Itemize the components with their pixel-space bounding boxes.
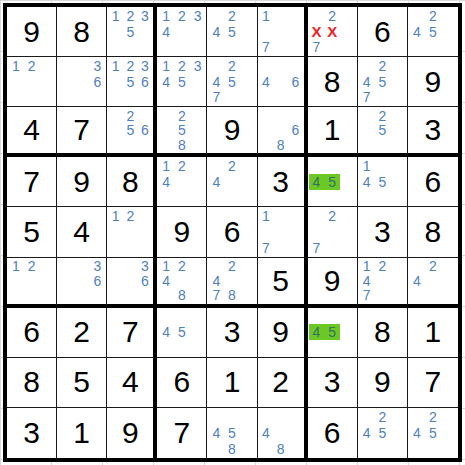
empty-candidate-slot xyxy=(224,39,240,55)
candidate-digit: 6 xyxy=(90,74,106,90)
candidate-grid: 25 xyxy=(359,108,406,152)
cell-r3c2[interactable]: 7 xyxy=(57,107,107,157)
cell-r9c2[interactable]: 1 xyxy=(57,408,107,458)
empty-candidate-slot xyxy=(288,108,303,123)
cell-r7c8[interactable]: 8 xyxy=(358,308,408,358)
empty-candidate-slot xyxy=(123,224,138,240)
candidate-digit: 2 xyxy=(123,108,138,123)
empty-candidate-slot xyxy=(288,224,303,240)
empty-candidate-slot xyxy=(309,158,325,174)
cell-r5c8[interactable]: 3 xyxy=(358,207,408,257)
cell-r1c7[interactable]: 2XX7 xyxy=(308,7,358,57)
candidate-grid: 2457 xyxy=(208,58,255,105)
cell-r8c3[interactable]: 4 xyxy=(107,358,157,408)
cell-r6c2[interactable]: 36 xyxy=(57,258,107,308)
cell-r3c3[interactable]: 256 xyxy=(107,107,157,157)
placed-digit: 3 xyxy=(224,317,241,347)
cell-r9c3[interactable]: 9 xyxy=(107,408,157,458)
eliminated-candidate-x: X xyxy=(309,24,325,40)
cell-r4c2[interactable]: 9 xyxy=(57,157,107,207)
empty-candidate-slot xyxy=(208,8,224,24)
empty-candidate-slot xyxy=(58,273,74,288)
candidate-digit: 1 xyxy=(158,8,174,24)
candidate-digit: 7 xyxy=(309,39,325,55)
eliminated-candidate-x: X xyxy=(324,24,340,40)
empty-candidate-slot xyxy=(138,224,153,240)
empty-candidate-slot xyxy=(340,208,356,224)
cell-r7c9[interactable]: 1 xyxy=(408,308,458,358)
cell-r2c5[interactable]: 2457 xyxy=(207,57,257,107)
empty-candidate-slot xyxy=(90,288,106,303)
empty-candidate-slot xyxy=(340,309,356,325)
candidate-digit: 2 xyxy=(224,8,240,24)
cell-r9c9[interactable]: 245 xyxy=(408,408,458,458)
candidate-digit: 2 xyxy=(374,409,390,425)
empty-candidate-slot xyxy=(174,309,190,325)
empty-candidate-slot xyxy=(74,74,90,90)
cell-r8c6[interactable]: 2 xyxy=(258,358,308,408)
candidate-digit: 5 xyxy=(374,425,390,441)
empty-candidate-slot xyxy=(158,108,174,123)
empty-candidate-slot xyxy=(24,74,40,90)
empty-candidate-slot xyxy=(259,24,274,40)
empty-candidate-slot xyxy=(108,90,123,106)
cell-r4c6[interactable]: 3 xyxy=(258,157,308,207)
empty-candidate-slot xyxy=(24,273,40,288)
empty-candidate-slot xyxy=(441,259,457,274)
cell-r7c6[interactable]: 9 xyxy=(258,308,308,358)
empty-candidate-slot xyxy=(390,273,406,288)
cell-r2c8[interactable]: 2457 xyxy=(358,57,408,107)
candidate-digit: 2 xyxy=(374,259,390,274)
candidate-digit: 1 xyxy=(158,58,174,74)
empty-candidate-slot xyxy=(409,288,425,303)
candidate-grid: 36 xyxy=(58,58,105,105)
empty-candidate-slot xyxy=(259,441,274,457)
empty-candidate-slot xyxy=(240,174,256,190)
placed-digit: 9 xyxy=(174,217,191,247)
placed-digit: 1 xyxy=(324,115,341,145)
empty-candidate-slot xyxy=(409,8,425,24)
cell-r7c3[interactable]: 7 xyxy=(107,308,157,358)
empty-candidate-slot xyxy=(123,39,138,55)
cell-r5c5[interactable]: 6 xyxy=(207,207,257,257)
cell-r9c4[interactable]: 7 xyxy=(157,408,207,458)
empty-candidate-slot xyxy=(390,174,406,190)
cell-r5c6[interactable]: 17 xyxy=(258,207,308,257)
empty-candidate-slot xyxy=(158,288,174,303)
cell-r9c1[interactable]: 3 xyxy=(7,408,57,458)
empty-candidate-slot xyxy=(324,158,340,174)
empty-candidate-slot xyxy=(224,90,240,106)
empty-candidate-slot xyxy=(324,39,340,55)
empty-candidate-slot xyxy=(324,240,340,256)
empty-candidate-slot xyxy=(190,74,206,90)
empty-candidate-slot xyxy=(309,8,325,24)
cell-r2c7[interactable]: 8 xyxy=(308,57,358,107)
cell-r1c8[interactable]: 6 xyxy=(358,7,408,57)
cell-r9c6[interactable]: 48 xyxy=(258,408,308,458)
candidate-digit: 6 xyxy=(90,273,106,288)
cell-r7c4[interactable]: 45 xyxy=(157,308,207,358)
candidate-digit: 2 xyxy=(24,259,40,274)
cell-r8c2[interactable]: 5 xyxy=(57,358,107,408)
candidate-digit: 7 xyxy=(309,240,325,256)
empty-candidate-slot xyxy=(123,138,138,153)
empty-candidate-slot xyxy=(309,309,325,325)
empty-candidate-slot xyxy=(374,273,390,288)
empty-candidate-slot xyxy=(174,340,190,356)
candidate-digit: 4 xyxy=(158,174,174,190)
empty-candidate-slot xyxy=(273,108,288,123)
placed-digit: 4 xyxy=(122,367,139,397)
empty-candidate-slot xyxy=(224,190,240,206)
candidate-digit: 1 xyxy=(359,259,375,274)
candidate-digit: 2 xyxy=(224,259,240,274)
empty-candidate-slot xyxy=(190,108,206,123)
empty-candidate-slot xyxy=(138,208,153,224)
cell-r9c5[interactable]: 458 xyxy=(207,408,257,458)
candidate-digit: 8 xyxy=(174,288,190,303)
empty-candidate-slot xyxy=(174,273,190,288)
cell-r8c8[interactable]: 9 xyxy=(358,358,408,408)
candidate-grid: 2478 xyxy=(208,259,255,303)
empty-candidate-slot xyxy=(138,240,153,256)
cell-r3c6[interactable]: 68 xyxy=(258,107,308,157)
empty-candidate-slot xyxy=(288,138,303,153)
empty-candidate-slot xyxy=(309,190,325,206)
candidate-digit: 2 xyxy=(224,58,240,74)
empty-candidate-slot xyxy=(74,259,90,274)
candidate-digit: 2 xyxy=(425,8,441,24)
placed-digit: 7 xyxy=(23,167,40,197)
cell-r9c7[interactable]: 6 xyxy=(308,408,358,458)
empty-candidate-slot xyxy=(309,208,325,224)
candidate-digit: 2 xyxy=(123,208,138,224)
empty-candidate-slot xyxy=(441,273,457,288)
empty-candidate-slot xyxy=(359,108,375,123)
empty-candidate-slot xyxy=(108,288,123,303)
candidate-grid: 12 xyxy=(8,58,55,105)
empty-candidate-slot xyxy=(359,441,375,457)
empty-candidate-slot xyxy=(190,174,206,190)
empty-candidate-slot xyxy=(208,441,224,457)
cell-r6c7[interactable]: 9 xyxy=(308,258,358,308)
candidate-digit: 1 xyxy=(259,8,274,24)
candidate-grid: 124 xyxy=(158,158,205,205)
placed-digit: 9 xyxy=(73,167,90,197)
candidate-digit: 1 xyxy=(108,208,123,224)
placed-digit: 4 xyxy=(73,217,90,247)
candidate-grid: 245 xyxy=(409,409,457,457)
empty-candidate-slot xyxy=(158,340,174,356)
placed-digit: 8 xyxy=(374,317,391,347)
cell-r6c1[interactable]: 12 xyxy=(7,258,57,308)
empty-candidate-slot xyxy=(108,74,123,90)
cell-r7c2[interactable]: 2 xyxy=(57,308,107,358)
empty-candidate-slot xyxy=(8,288,24,303)
candidate-digit: 2 xyxy=(425,259,441,274)
empty-candidate-slot xyxy=(359,58,375,74)
placed-digit: 6 xyxy=(23,317,40,347)
candidate-digit: 1 xyxy=(359,158,375,174)
empty-candidate-slot xyxy=(190,138,206,153)
empty-candidate-slot xyxy=(190,123,206,138)
empty-candidate-slot xyxy=(288,441,303,457)
cell-r1c9[interactable]: 245 xyxy=(408,7,458,57)
cell-r8c9[interactable]: 7 xyxy=(408,358,458,408)
cell-r6c3[interactable]: 36 xyxy=(107,258,157,308)
empty-candidate-slot xyxy=(190,288,206,303)
empty-candidate-slot xyxy=(8,273,24,288)
empty-candidate-slot xyxy=(240,8,256,24)
cell-r6c9[interactable]: 24 xyxy=(408,258,458,308)
cell-r4c7[interactable]: 45 xyxy=(308,157,358,207)
placed-digit: 9 xyxy=(374,367,391,397)
candidate-digit: 4 xyxy=(409,24,425,40)
empty-candidate-slot xyxy=(288,58,303,74)
candidate-digit: 7 xyxy=(259,240,274,256)
candidate-grid: 24 xyxy=(208,158,255,205)
cell-r9c8[interactable]: 245 xyxy=(358,408,408,458)
cell-r2c3[interactable]: 12356 xyxy=(107,57,157,107)
cell-r4c9[interactable]: 6 xyxy=(408,157,458,207)
candidate-digit: 7 xyxy=(208,90,224,106)
cell-r2c1[interactable]: 12 xyxy=(7,57,57,107)
cell-r1c4[interactable]: 1234 xyxy=(157,7,207,57)
empty-candidate-slot xyxy=(273,123,288,138)
empty-candidate-slot xyxy=(240,24,256,40)
empty-candidate-slot xyxy=(273,58,288,74)
placed-digit: 8 xyxy=(23,367,40,397)
candidate-grid: 36 xyxy=(58,259,105,303)
empty-candidate-slot xyxy=(390,190,406,206)
empty-candidate-slot xyxy=(324,224,340,240)
cell-r1c6[interactable]: 17 xyxy=(258,7,308,57)
placed-digit: 9 xyxy=(224,115,241,145)
empty-candidate-slot xyxy=(441,409,457,425)
cell-r5c3[interactable]: 12 xyxy=(107,207,157,257)
empty-candidate-slot xyxy=(273,74,288,90)
empty-candidate-slot xyxy=(441,441,457,457)
empty-candidate-slot xyxy=(58,288,74,303)
placed-digit: 6 xyxy=(374,17,391,47)
candidate-digit: 4 xyxy=(208,74,224,90)
empty-candidate-slot xyxy=(158,190,174,206)
empty-candidate-slot xyxy=(273,224,288,240)
candidate-digit: 4 xyxy=(208,24,224,40)
empty-candidate-slot xyxy=(190,324,206,340)
candidate-digit: 5 xyxy=(224,425,240,441)
empty-candidate-slot xyxy=(324,190,340,206)
candidate-digit: 4 xyxy=(359,174,375,190)
empty-candidate-slot xyxy=(390,123,406,138)
candidate-grid: 12356 xyxy=(108,58,152,105)
empty-candidate-slot xyxy=(190,340,206,356)
candidate-digit: 5 xyxy=(224,74,240,90)
candidate-digit: 1 xyxy=(158,158,174,174)
cell-r2c2[interactable]: 36 xyxy=(57,57,107,107)
cell-r3c5[interactable]: 9 xyxy=(207,107,257,157)
empty-candidate-slot xyxy=(39,58,55,74)
empty-candidate-slot xyxy=(273,8,288,24)
empty-candidate-slot xyxy=(259,123,274,138)
cell-r4c8[interactable]: 145 xyxy=(358,157,408,207)
empty-candidate-slot xyxy=(288,8,303,24)
candidate-digit: 4 xyxy=(158,273,174,288)
empty-candidate-slot xyxy=(374,288,390,303)
empty-candidate-slot xyxy=(390,58,406,74)
empty-candidate-slot xyxy=(374,441,390,457)
placed-digit: 8 xyxy=(73,17,90,47)
candidate-grid: 12 xyxy=(108,208,152,255)
cell-r4c3[interactable]: 8 xyxy=(107,157,157,207)
candidate-digit: 4 xyxy=(208,425,224,441)
candidate-digit: 1 xyxy=(158,259,174,274)
empty-candidate-slot xyxy=(190,190,206,206)
candidate-digit: 4 xyxy=(309,174,325,190)
empty-candidate-slot xyxy=(340,224,356,240)
cell-r5c1[interactable]: 5 xyxy=(7,207,57,257)
empty-candidate-slot xyxy=(108,224,123,240)
empty-candidate-slot xyxy=(123,288,138,303)
empty-candidate-slot xyxy=(108,138,123,153)
empty-candidate-slot xyxy=(374,90,390,106)
candidate-digit: 2 xyxy=(425,409,441,425)
empty-candidate-slot xyxy=(425,273,441,288)
placed-digit: 4 xyxy=(23,115,40,145)
empty-candidate-slot xyxy=(409,409,425,425)
placed-digit: 3 xyxy=(272,167,289,197)
candidate-digit: 2 xyxy=(174,108,190,123)
cell-r2c6[interactable]: 46 xyxy=(258,57,308,107)
cell-r8c1[interactable]: 8 xyxy=(7,358,57,408)
cell-r8c5[interactable]: 1 xyxy=(207,358,257,408)
candidate-digit: 5 xyxy=(123,74,138,90)
cell-r3c4[interactable]: 258 xyxy=(157,107,207,157)
empty-candidate-slot xyxy=(138,288,153,303)
empty-candidate-slot xyxy=(39,288,55,303)
cell-r5c4[interactable]: 9 xyxy=(157,207,207,257)
empty-candidate-slot xyxy=(288,90,303,106)
empty-candidate-slot xyxy=(425,288,441,303)
cell-r2c9[interactable]: 9 xyxy=(408,57,458,107)
empty-candidate-slot xyxy=(273,39,288,55)
candidate-digit: 6 xyxy=(138,273,153,288)
candidate-digit: 1 xyxy=(259,208,274,224)
cell-r7c7[interactable]: 45 xyxy=(308,308,358,358)
candidate-digit: 2 xyxy=(374,108,390,123)
empty-candidate-slot xyxy=(240,39,256,55)
candidate-digit: 3 xyxy=(138,58,153,74)
empty-candidate-slot xyxy=(174,190,190,206)
candidate-digit: 5 xyxy=(174,123,190,138)
candidate-digit: 1 xyxy=(108,8,123,24)
cell-r7c5[interactable]: 3 xyxy=(207,308,257,358)
cell-r4c1[interactable]: 7 xyxy=(7,157,57,207)
placed-digit: 2 xyxy=(73,317,90,347)
cell-r6c8[interactable]: 1247 xyxy=(358,258,408,308)
cell-r4c4[interactable]: 124 xyxy=(157,157,207,207)
cell-r5c9[interactable]: 8 xyxy=(408,207,458,257)
cell-r5c2[interactable]: 4 xyxy=(57,207,107,257)
empty-candidate-slot xyxy=(224,174,240,190)
cell-r1c5[interactable]: 245 xyxy=(207,7,257,57)
placed-digit: 9 xyxy=(122,418,139,448)
empty-candidate-slot xyxy=(390,259,406,274)
cell-r1c3[interactable]: 1235 xyxy=(107,7,157,57)
cell-r3c1[interactable]: 4 xyxy=(7,107,57,157)
candidate-digit: 7 xyxy=(359,90,375,106)
candidate-grid: 1248 xyxy=(158,259,205,303)
candidate-digit: 7 xyxy=(259,39,274,55)
candidate-digit: 4 xyxy=(409,273,425,288)
candidate-digit: 2 xyxy=(224,158,240,174)
cell-r6c5[interactable]: 2478 xyxy=(207,258,257,308)
empty-candidate-slot xyxy=(174,174,190,190)
empty-candidate-slot xyxy=(288,39,303,55)
candidate-digit: 4 xyxy=(259,74,274,90)
empty-candidate-slot xyxy=(340,174,356,190)
cell-r3c9[interactable]: 3 xyxy=(408,107,458,157)
candidate-digit: 4 xyxy=(158,74,174,90)
cell-r3c7[interactable]: 1 xyxy=(308,107,358,157)
cell-r7c1[interactable]: 6 xyxy=(7,308,57,358)
empty-candidate-slot xyxy=(288,24,303,40)
empty-candidate-slot xyxy=(58,58,74,74)
empty-candidate-slot xyxy=(390,441,406,457)
cell-r1c1[interactable]: 9 xyxy=(7,7,57,57)
empty-candidate-slot xyxy=(24,90,40,106)
cell-r5c7[interactable]: 27 xyxy=(308,207,358,257)
cell-r4c5[interactable]: 24 xyxy=(207,157,257,207)
candidate-digit: 3 xyxy=(90,58,106,74)
cell-r3c8[interactable]: 25 xyxy=(358,107,408,157)
empty-candidate-slot xyxy=(240,90,256,106)
empty-candidate-slot xyxy=(74,90,90,106)
candidate-grid: 17 xyxy=(259,8,303,55)
empty-candidate-slot xyxy=(288,425,303,441)
placed-digit: 8 xyxy=(324,67,341,97)
empty-candidate-slot xyxy=(259,108,274,123)
empty-candidate-slot xyxy=(273,208,288,224)
cell-r6c6[interactable]: 5 xyxy=(258,258,308,308)
cell-r1c2[interactable]: 8 xyxy=(57,7,107,57)
empty-candidate-slot xyxy=(340,39,356,55)
candidate-digit: 8 xyxy=(224,441,240,457)
cell-r2c4[interactable]: 12345 xyxy=(157,57,207,107)
candidate-grid: 145 xyxy=(359,158,406,205)
empty-candidate-slot xyxy=(39,74,55,90)
empty-candidate-slot xyxy=(359,190,375,206)
candidate-grid: 1235 xyxy=(108,8,152,55)
empty-candidate-slot xyxy=(390,409,406,425)
candidate-grid: 12 xyxy=(8,259,55,303)
empty-candidate-slot xyxy=(359,409,375,425)
empty-candidate-slot xyxy=(190,309,206,325)
empty-candidate-slot xyxy=(390,74,406,90)
placed-digit: 2 xyxy=(272,367,289,397)
cell-r8c7[interactable]: 3 xyxy=(308,358,358,408)
cell-r6c4[interactable]: 1248 xyxy=(157,258,207,308)
cell-r8c4[interactable]: 6 xyxy=(157,358,207,408)
empty-candidate-slot xyxy=(288,208,303,224)
empty-candidate-slot xyxy=(240,259,256,274)
candidate-digit: 2 xyxy=(174,259,190,274)
candidate-digit: 3 xyxy=(138,259,153,274)
placed-digit: 7 xyxy=(73,115,90,145)
empty-candidate-slot xyxy=(138,39,153,55)
